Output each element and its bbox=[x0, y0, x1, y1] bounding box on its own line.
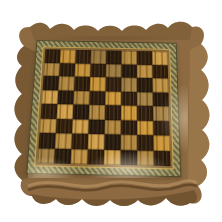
board-square[interactable] bbox=[137, 120, 153, 135]
board-square[interactable] bbox=[105, 77, 121, 91]
board-square[interactable] bbox=[121, 120, 137, 135]
board-square[interactable] bbox=[57, 104, 74, 119]
board-square[interactable] bbox=[88, 119, 105, 134]
board-square[interactable] bbox=[105, 119, 121, 134]
board-square[interactable] bbox=[137, 135, 154, 150]
board-square[interactable] bbox=[43, 62, 59, 76]
board-square[interactable] bbox=[105, 91, 121, 105]
board-square[interactable] bbox=[153, 135, 170, 150]
board-square[interactable] bbox=[90, 63, 106, 77]
board-square[interactable] bbox=[75, 63, 91, 77]
board-square[interactable] bbox=[44, 49, 60, 63]
board-square[interactable] bbox=[56, 118, 73, 133]
board-square[interactable] bbox=[104, 134, 121, 149]
chess-board bbox=[37, 49, 170, 166]
board-square[interactable] bbox=[89, 91, 105, 105]
board-square[interactable] bbox=[43, 76, 60, 90]
board-square[interactable] bbox=[42, 90, 59, 104]
inner-gold-frame bbox=[34, 46, 174, 169]
board-square[interactable] bbox=[121, 51, 136, 65]
board-square[interactable] bbox=[58, 76, 74, 90]
board-square[interactable] bbox=[137, 92, 153, 106]
board-square[interactable] bbox=[121, 105, 137, 120]
board-square[interactable] bbox=[59, 63, 75, 77]
board-square[interactable] bbox=[91, 50, 107, 64]
board-square[interactable] bbox=[137, 78, 153, 92]
board-square[interactable] bbox=[41, 104, 58, 119]
board-square[interactable] bbox=[152, 78, 168, 92]
board-square[interactable] bbox=[72, 119, 89, 134]
board-square[interactable] bbox=[106, 50, 122, 64]
board-square[interactable] bbox=[137, 150, 154, 166]
board-square[interactable] bbox=[104, 149, 121, 165]
board-square[interactable] bbox=[75, 50, 91, 64]
board-square[interactable] bbox=[37, 148, 54, 164]
board-square[interactable] bbox=[73, 104, 90, 119]
board-square[interactable] bbox=[71, 149, 88, 165]
board-square[interactable] bbox=[121, 77, 137, 91]
board-square[interactable] bbox=[153, 92, 169, 106]
board-square[interactable] bbox=[137, 106, 153, 121]
board-square[interactable] bbox=[105, 105, 121, 120]
board-square[interactable] bbox=[90, 77, 106, 91]
board-square[interactable] bbox=[40, 118, 57, 133]
board-square[interactable] bbox=[121, 150, 138, 166]
board-square[interactable] bbox=[87, 149, 104, 165]
board-square[interactable] bbox=[137, 51, 152, 65]
board-square[interactable] bbox=[137, 64, 153, 78]
board-square[interactable] bbox=[55, 133, 72, 148]
board-square[interactable] bbox=[88, 134, 105, 149]
board-square[interactable] bbox=[121, 135, 137, 150]
board-square[interactable] bbox=[152, 65, 168, 79]
board-square[interactable] bbox=[57, 90, 74, 104]
board-square[interactable] bbox=[38, 133, 55, 148]
product-photo bbox=[0, 0, 222, 222]
top-edge-shade bbox=[30, 22, 192, 40]
board-square[interactable] bbox=[74, 77, 90, 91]
board-square[interactable] bbox=[73, 90, 89, 104]
board-square[interactable] bbox=[71, 134, 88, 149]
board-square[interactable] bbox=[106, 64, 122, 78]
board-square[interactable] bbox=[54, 148, 71, 164]
board-square[interactable] bbox=[121, 91, 137, 105]
board-square[interactable] bbox=[154, 150, 171, 166]
board-square[interactable] bbox=[60, 50, 76, 64]
board-frame bbox=[26, 40, 181, 177]
board-square[interactable] bbox=[152, 51, 168, 65]
board-square[interactable] bbox=[153, 121, 170, 136]
board-square[interactable] bbox=[89, 105, 105, 120]
board-square[interactable] bbox=[121, 64, 137, 78]
right-edge-highlight bbox=[188, 44, 210, 186]
board-square[interactable] bbox=[153, 106, 169, 121]
